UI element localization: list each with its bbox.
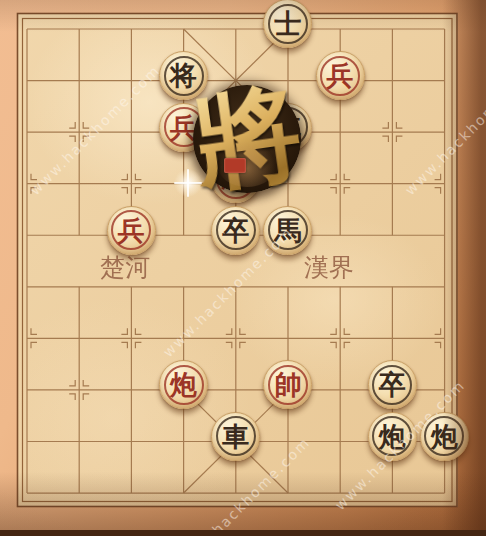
check-seal-stamp: [224, 158, 246, 173]
check-announcement-badge: 將: [193, 85, 301, 193]
piece-black-advisor[interactable]: 士: [263, 0, 312, 48]
xiangqi-app-screen: 楚河 漢界 士将兵兵車馬兵卒馬炮帥卒車炮炮 將 www.hackhome.com…: [0, 0, 486, 536]
piece-black-chariot[interactable]: 車: [211, 412, 260, 461]
piece-ring: [268, 210, 308, 250]
piece-black-cannon[interactable]: 炮: [368, 412, 417, 461]
piece-ring: [111, 210, 151, 250]
piece-ring: [216, 210, 256, 250]
piece-red-cannon[interactable]: 炮: [159, 360, 208, 409]
piece-ring: [424, 416, 464, 456]
piece-ring: [268, 4, 308, 44]
piece-ring: [372, 365, 412, 405]
piece-red-general[interactable]: 帥: [263, 360, 312, 409]
bottom-dark-strip: [0, 530, 486, 536]
piece-ring: [164, 365, 204, 405]
piece-red-soldier[interactable]: 兵: [316, 51, 365, 100]
piece-ring: [372, 416, 412, 456]
piece-black-cannon[interactable]: 炮: [420, 412, 469, 461]
check-text: 將: [172, 62, 323, 213]
piece-black-soldier[interactable]: 卒: [368, 360, 417, 409]
piece-ring: [216, 416, 256, 456]
piece-red-soldier[interactable]: 兵: [107, 206, 156, 255]
piece-black-horse[interactable]: 馬: [263, 206, 312, 255]
piece-ring: [268, 365, 308, 405]
piece-ring: [320, 56, 360, 96]
